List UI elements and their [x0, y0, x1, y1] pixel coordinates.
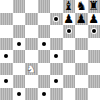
square-e5[interactable]: [50, 38, 63, 51]
white-knight: ♞♘: [25, 63, 38, 76]
square-h5[interactable]: [88, 38, 101, 51]
square-d5[interactable]: [38, 38, 51, 51]
square-h4[interactable]: [88, 50, 101, 63]
square-b3[interactable]: [13, 63, 26, 76]
square-h6[interactable]: [88, 25, 101, 38]
square-f8[interactable]: ♝: [63, 0, 76, 13]
black-rook: ♜: [88, 0, 101, 13]
square-c3[interactable]: ♞♘: [25, 63, 38, 76]
move-dot-h6: [92, 29, 96, 33]
square-c5[interactable]: [25, 38, 38, 51]
square-g7[interactable]: ♟: [75, 13, 88, 26]
square-f6[interactable]: [63, 25, 76, 38]
square-f1[interactable]: [63, 88, 76, 101]
square-d2[interactable]: [38, 75, 51, 88]
square-f7[interactable]: ♟: [63, 13, 76, 26]
square-d4[interactable]: [38, 50, 51, 63]
square-g6[interactable]: [75, 25, 88, 38]
square-c4[interactable]: [25, 50, 38, 63]
move-dot-d5: [42, 42, 46, 46]
square-e6[interactable]: [50, 25, 63, 38]
square-b2[interactable]: [13, 75, 26, 88]
square-g4[interactable]: [75, 50, 88, 63]
move-dot-d1: [42, 92, 46, 96]
square-a3[interactable]: [0, 63, 13, 76]
square-e8[interactable]: [50, 0, 63, 13]
square-b4[interactable]: [13, 50, 26, 63]
move-dot-a4: [4, 54, 8, 58]
square-d8[interactable]: [38, 0, 51, 13]
square-f5[interactable]: [63, 38, 76, 51]
square-e1[interactable]: [50, 88, 63, 101]
square-a4[interactable]: [0, 50, 13, 63]
move-dot-f6: [67, 29, 71, 33]
move-dot-b1: [17, 92, 21, 96]
square-h2[interactable]: [88, 75, 101, 88]
square-d1[interactable]: [38, 88, 51, 101]
square-a8[interactable]: [0, 0, 13, 13]
square-a5[interactable]: [0, 38, 13, 51]
chess-board: ♝♞♜♟♟♟♞♘: [0, 0, 100, 100]
square-f4[interactable]: [63, 50, 76, 63]
black-bishop: ♝: [63, 0, 76, 13]
move-dot-e4: [54, 54, 58, 58]
black-pawn: ♟: [75, 13, 88, 26]
move-dot-b5: [17, 42, 21, 46]
move-dot-a2: [4, 79, 8, 83]
square-c6[interactable]: [25, 25, 38, 38]
square-d6[interactable]: [38, 25, 51, 38]
square-e7[interactable]: [50, 13, 63, 26]
square-a2[interactable]: [0, 75, 13, 88]
square-g8[interactable]: ♞: [75, 0, 88, 13]
white-piece-outline: ♘: [25, 63, 38, 76]
square-a7[interactable]: [0, 13, 13, 26]
square-g1[interactable]: [75, 88, 88, 101]
square-e3[interactable]: [50, 63, 63, 76]
square-c1[interactable]: [25, 88, 38, 101]
square-b6[interactable]: [13, 25, 26, 38]
square-b1[interactable]: [13, 88, 26, 101]
square-a6[interactable]: [0, 25, 13, 38]
square-c8[interactable]: [25, 0, 38, 13]
square-d3[interactable]: [38, 63, 51, 76]
square-h1[interactable]: [88, 88, 101, 101]
square-b7[interactable]: [13, 13, 26, 26]
square-d7[interactable]: [38, 13, 51, 26]
square-a1[interactable]: [0, 88, 13, 101]
black-knight: ♞: [75, 0, 88, 13]
square-g2[interactable]: [75, 75, 88, 88]
square-b8[interactable]: [13, 0, 26, 13]
black-pawn: ♟: [88, 13, 101, 26]
square-c7[interactable]: [25, 13, 38, 26]
square-e4[interactable]: [50, 50, 63, 63]
square-f2[interactable]: [63, 75, 76, 88]
square-g3[interactable]: [75, 63, 88, 76]
square-h7[interactable]: ♟: [88, 13, 101, 26]
square-g5[interactable]: [75, 38, 88, 51]
square-b5[interactable]: [13, 38, 26, 51]
square-f3[interactable]: [63, 63, 76, 76]
square-e2[interactable]: [50, 75, 63, 88]
square-h3[interactable]: [88, 63, 101, 76]
move-dot-e2: [54, 79, 58, 83]
move-dot-e7: [54, 17, 58, 21]
square-h8[interactable]: ♜: [88, 0, 101, 13]
black-pawn: ♟: [63, 13, 76, 26]
square-c2[interactable]: [25, 75, 38, 88]
